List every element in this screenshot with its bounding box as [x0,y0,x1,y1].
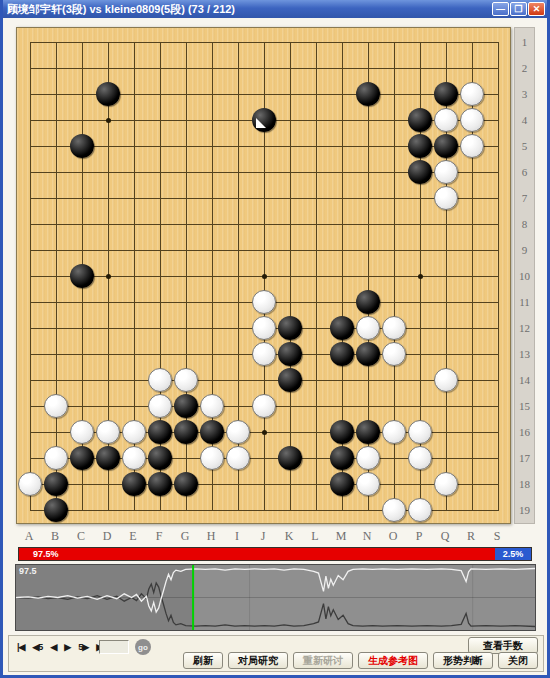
white-stone-N12 [356,316,380,340]
black-stone-F17 [148,446,172,470]
row-label-15: 15 [515,393,534,419]
black-stone-C5 [70,134,94,158]
star-point [106,274,111,279]
re-study-button: 重新研讨 [293,652,353,669]
column-label-G: G [172,529,198,544]
refresh-button[interactable]: 刷新 [183,652,223,669]
white-winrate-label: 2.5% [503,549,524,559]
white-stone-P17 [408,446,432,470]
row-label-11: 11 [515,289,534,315]
white-stone-O13 [382,342,406,366]
white-winrate-segment: 2.5% [495,548,531,560]
control-panel: |◀◀5◀▶5▶▶| go 查看手数 刷新对局研究重新研讨生成参考图形势判断关闭 [8,635,544,672]
white-stone-Q18 [434,472,458,496]
close-button-icon[interactable]: ✕ [528,2,545,16]
black-stone-Q5 [434,134,458,158]
white-stone-H17 [200,446,224,470]
column-label-B: B [42,529,68,544]
column-label-F: F [146,529,172,544]
white-stone-O19 [382,498,406,522]
black-stone-E18 [122,472,146,496]
black-winrate-segment: 97.5% [19,548,495,560]
white-stone-Q4 [434,108,458,132]
white-stone-J12 [252,316,276,340]
white-stone-R3 [460,82,484,106]
black-stone-M16 [330,420,354,444]
black-stone-P4 [408,108,432,132]
winrate-bar: 97.5% 2.5% [18,547,532,561]
star-point [262,430,267,435]
white-stone-E17 [122,446,146,470]
white-stone-G14 [174,368,198,392]
white-stone-I17 [226,446,250,470]
row-label-9: 9 [515,237,534,263]
star-point [418,274,423,279]
white-stone-E16 [122,420,146,444]
graph-top-label: 97.5 [19,566,37,576]
window-title: 顾境邹宇轩(3段) vs kleine0809(5段) (73 / 212) [7,2,491,17]
black-stone-G15 [174,394,198,418]
white-stone-J13 [252,342,276,366]
white-stone-Q7 [434,186,458,210]
main-content: 12345678910111213141516171819 ABCDEFGHIJ… [3,18,547,675]
black-stone-C17 [70,446,94,470]
white-stone-O16 [382,420,406,444]
white-stone-Q14 [434,368,458,392]
row-label-17: 17 [515,445,534,471]
column-label-R: R [458,529,484,544]
row-labels: 12345678910111213141516171819 [514,27,535,524]
maximize-button-icon[interactable]: ❐ [510,2,527,16]
column-label-K: K [276,529,302,544]
column-label-N: N [354,529,380,544]
move-number-input[interactable] [99,640,129,654]
column-label-J: J [250,529,276,544]
white-stone-R4 [460,108,484,132]
white-stone-H15 [200,394,224,418]
last-move-marker-icon [256,118,266,128]
column-label-C: C [68,529,94,544]
column-label-Q: Q [432,529,458,544]
black-stone-D17 [96,446,120,470]
black-stone-N13 [356,342,380,366]
black-stone-K13 [278,342,302,366]
white-stone-J11 [252,290,276,314]
black-stone-K17 [278,446,302,470]
white-stone-P19 [408,498,432,522]
row-label-4: 4 [515,107,534,133]
row-label-16: 16 [515,419,534,445]
black-stone-P5 [408,134,432,158]
row-label-1: 1 [515,29,534,55]
black-stone-N16 [356,420,380,444]
generate-reference-button[interactable]: 生成参考图 [358,652,428,669]
column-labels: ABCDEFGHIJKLMNOPQRS [16,529,510,544]
winrate-graph[interactable]: 97.5 2.5 [15,564,536,631]
white-stone-I16 [226,420,250,444]
row-label-12: 12 [515,315,534,341]
row-label-8: 8 [515,211,534,237]
black-stone-K12 [278,316,302,340]
row-label-3: 3 [515,81,534,107]
black-stone-B19 [44,498,68,522]
black-stone-K14 [278,368,302,392]
column-label-E: E [120,529,146,544]
black-stone-M13 [330,342,354,366]
white-stone-A18 [18,472,42,496]
close-dialog-button[interactable]: 关闭 [498,652,538,669]
column-label-M: M [328,529,354,544]
white-stone-R5 [460,134,484,158]
nav-forward-5[interactable]: 5▶ [78,642,88,652]
white-stone-N17 [356,446,380,470]
black-stone-B18 [44,472,68,496]
white-stone-P16 [408,420,432,444]
move-navigation: |◀◀5◀▶5▶▶| [17,642,104,652]
action-buttons: 刷新对局研究重新研讨生成参考图形势判断关闭 [183,652,538,669]
column-label-O: O [380,529,406,544]
black-stone-N11 [356,290,380,314]
row-label-18: 18 [515,471,534,497]
black-stone-J4 [252,108,276,132]
nav-forward-1[interactable]: ▶ [64,642,70,652]
row-label-6: 6 [515,159,534,185]
black-stone-F16 [148,420,172,444]
white-stone-F14 [148,368,172,392]
black-stone-M17 [330,446,354,470]
row-label-5: 5 [515,133,534,159]
white-stone-O12 [382,316,406,340]
black-stone-N3 [356,82,380,106]
go-board[interactable] [16,27,511,524]
star-point [106,118,111,123]
position-judgement-button[interactable]: 形势判断 [433,652,493,669]
black-winrate-label: 97.5% [33,549,59,559]
window-controls: — ❐ ✕ [491,2,545,16]
row-label-19: 19 [515,497,534,523]
title-bar[interactable]: 顾境邹宇轩(3段) vs kleine0809(5段) (73 / 212) —… [3,0,547,18]
row-label-13: 13 [515,341,534,367]
white-stone-D16 [96,420,120,444]
nav-first-move[interactable]: |◀ [17,642,24,652]
white-stone-C16 [70,420,94,444]
black-stone-C10 [70,264,94,288]
column-label-L: L [302,529,328,544]
black-stone-D3 [96,82,120,106]
column-label-H: H [198,529,224,544]
white-stone-J15 [252,394,276,418]
black-stone-F18 [148,472,172,496]
go-button[interactable]: go [135,639,151,655]
star-point [262,274,267,279]
game-research-button[interactable]: 对局研究 [228,652,288,669]
white-stone-B17 [44,446,68,470]
row-label-14: 14 [515,367,534,393]
white-stone-B15 [44,394,68,418]
column-label-I: I [224,529,250,544]
black-stone-H16 [200,420,224,444]
minimize-button-icon[interactable]: — [492,2,509,16]
black-stone-P6 [408,160,432,184]
column-label-D: D [94,529,120,544]
black-stone-M18 [330,472,354,496]
column-label-A: A [16,529,42,544]
row-label-2: 2 [515,55,534,81]
black-stone-M12 [330,316,354,340]
white-stone-F15 [148,394,172,418]
black-stone-G16 [174,420,198,444]
black-stone-G18 [174,472,198,496]
row-label-10: 10 [515,263,534,289]
white-stone-N18 [356,472,380,496]
white-stone-Q6 [434,160,458,184]
row-label-7: 7 [515,185,534,211]
nav-back-1[interactable]: ◀ [50,642,56,652]
black-stone-Q3 [434,82,458,106]
column-label-S: S [484,529,510,544]
app-window: 顾境邹宇轩(3段) vs kleine0809(5段) (73 / 212) —… [0,0,550,678]
column-label-P: P [406,529,432,544]
winrate-graph-plot [16,565,535,630]
nav-back-5[interactable]: ◀5 [32,642,42,652]
